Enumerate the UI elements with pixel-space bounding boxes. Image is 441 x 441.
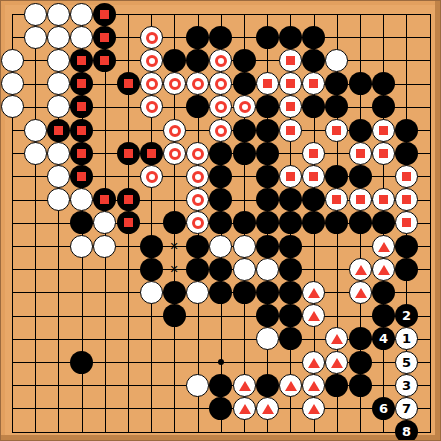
black-stone-square-marked (117, 142, 140, 165)
red-circle-mark (192, 194, 204, 206)
red-square-mark (100, 33, 109, 42)
black-stone (325, 165, 348, 188)
white-stone (140, 281, 163, 304)
black-stone (256, 95, 279, 118)
white-stone-circle-marked (233, 95, 256, 118)
red-triangle-mark (239, 404, 251, 414)
go-board: ✕✕24153678 (0, 0, 441, 441)
black-stone-square-marked (93, 3, 116, 26)
white-stone-circle-marked (140, 26, 163, 49)
black-stone-square-marked (117, 211, 140, 234)
white-stone-circle-marked (209, 72, 232, 95)
black-stone (233, 142, 256, 165)
white-stone (256, 258, 279, 281)
white-stone-circle-marked (140, 49, 163, 72)
white-stone-square-marked (349, 142, 372, 165)
white-stone (24, 119, 47, 142)
black-stone (395, 258, 418, 281)
black-stone-square-marked (70, 165, 93, 188)
black-stone (395, 142, 418, 165)
black-stone-square-marked (93, 188, 116, 211)
red-square-mark (124, 218, 133, 227)
red-triangle-mark (378, 265, 390, 275)
white-stone (47, 188, 70, 211)
white-stone-square-marked (279, 95, 302, 118)
red-triangle-mark (308, 358, 320, 368)
white-stone (233, 235, 256, 258)
white-stone (93, 235, 116, 258)
black-stone-square-marked (70, 95, 93, 118)
black-stone (186, 235, 209, 258)
white-stone-triangle-marked (372, 258, 395, 281)
red-square-mark (332, 126, 341, 135)
black-stone (256, 374, 279, 397)
black-stone-numbered: 6 (372, 397, 395, 420)
red-square-mark (379, 149, 388, 158)
grid-line-horizontal (12, 316, 431, 317)
white-stone (24, 26, 47, 49)
white-stone-circle-marked (209, 49, 232, 72)
red-circle-mark (146, 101, 158, 113)
white-stone (70, 26, 93, 49)
black-stone (372, 72, 395, 95)
white-stone-square-marked (279, 119, 302, 142)
black-stone (233, 49, 256, 72)
red-square-mark (100, 56, 109, 65)
white-stone-numbered: 3 (395, 374, 418, 397)
black-stone (256, 235, 279, 258)
black-stone-square-marked (70, 49, 93, 72)
white-stone-circle-marked (186, 165, 209, 188)
red-square-mark (286, 126, 295, 135)
white-stone (70, 235, 93, 258)
red-circle-mark (215, 55, 227, 67)
white-stone (1, 95, 24, 118)
black-stone (233, 119, 256, 142)
red-circle-mark (192, 217, 204, 229)
red-square-mark (77, 79, 86, 88)
black-stone-square-marked (47, 119, 70, 142)
move-number-label: 8 (402, 425, 411, 438)
white-stone-square-marked (302, 165, 325, 188)
black-stone (70, 351, 93, 374)
white-stone-triangle-marked (233, 374, 256, 397)
red-circle-mark (146, 32, 158, 44)
red-square-mark (309, 172, 318, 181)
white-stone-circle-marked (186, 211, 209, 234)
white-stone (186, 281, 209, 304)
red-circle-mark (192, 148, 204, 160)
white-stone-triangle-marked (325, 351, 348, 374)
star-point (218, 359, 224, 365)
black-stone (233, 72, 256, 95)
black-stone (256, 26, 279, 49)
black-stone (209, 281, 232, 304)
move-number-label: 1 (402, 332, 411, 345)
white-stone-triangle-marked (302, 351, 325, 374)
black-stone (186, 26, 209, 49)
black-stone (279, 258, 302, 281)
red-square-mark (286, 56, 295, 65)
black-stone-square-marked (140, 142, 163, 165)
white-stone (70, 3, 93, 26)
white-stone-triangle-marked (349, 281, 372, 304)
black-stone (302, 211, 325, 234)
red-square-mark (77, 149, 86, 158)
red-square-mark (124, 149, 133, 158)
white-stone-numbered: 7 (395, 397, 418, 420)
white-stone (1, 49, 24, 72)
black-stone (163, 281, 186, 304)
white-stone-square-marked (256, 72, 279, 95)
black-stone (256, 211, 279, 234)
red-circle-mark (215, 125, 227, 137)
white-stone-circle-marked (209, 119, 232, 142)
black-stone (325, 374, 348, 397)
white-stone (24, 142, 47, 165)
red-square-mark (286, 172, 295, 181)
white-stone-triangle-marked (372, 235, 395, 258)
white-stone-triangle-marked (302, 374, 325, 397)
white-stone (47, 26, 70, 49)
black-stone-square-marked (70, 119, 93, 142)
white-stone-circle-marked (186, 188, 209, 211)
black-stone (209, 258, 232, 281)
black-stone (209, 26, 232, 49)
black-stone (140, 235, 163, 258)
white-stone-square-marked (279, 49, 302, 72)
red-triangle-mark (331, 358, 343, 368)
white-stone-triangle-marked (279, 374, 302, 397)
white-stone-numbered: 5 (395, 351, 418, 374)
red-square-mark (309, 79, 318, 88)
white-stone-square-marked (349, 188, 372, 211)
white-stone (256, 327, 279, 350)
red-circle-mark (215, 101, 227, 113)
black-stone (302, 95, 325, 118)
black-stone-numbered: 2 (395, 304, 418, 327)
black-stone (279, 26, 302, 49)
red-square-mark (77, 102, 86, 111)
black-stone-square-marked (117, 72, 140, 95)
black-stone (163, 304, 186, 327)
white-stone-square-marked (325, 119, 348, 142)
red-square-mark (356, 195, 365, 204)
white-stone-triangle-marked (302, 397, 325, 420)
black-stone (279, 211, 302, 234)
black-stone (279, 235, 302, 258)
white-stone-square-marked (372, 119, 395, 142)
red-square-mark (147, 149, 156, 158)
black-stone (209, 374, 232, 397)
red-circle-mark (192, 171, 204, 183)
white-stone-square-marked (302, 142, 325, 165)
red-square-mark (356, 149, 365, 158)
red-triangle-mark (308, 288, 320, 298)
red-circle-mark (192, 78, 204, 90)
white-stone (24, 3, 47, 26)
white-stone-triangle-marked (325, 327, 348, 350)
white-stone-circle-marked (163, 72, 186, 95)
black-stone (302, 26, 325, 49)
move-number-label: 3 (402, 379, 411, 392)
black-stone (256, 119, 279, 142)
red-triangle-mark (308, 311, 320, 321)
red-square-mark (100, 195, 109, 204)
red-circle-mark (215, 78, 227, 90)
black-stone (395, 119, 418, 142)
red-triangle-mark (308, 404, 320, 414)
white-stone (93, 211, 116, 234)
black-stone (256, 165, 279, 188)
black-stone (349, 72, 372, 95)
black-stone-square-marked (70, 142, 93, 165)
white-stone (325, 49, 348, 72)
white-stone (47, 3, 70, 26)
red-triangle-mark (355, 288, 367, 298)
white-stone (47, 165, 70, 188)
white-stone-circle-marked (186, 72, 209, 95)
red-square-mark (263, 79, 272, 88)
black-stone (349, 351, 372, 374)
white-stone (1, 72, 24, 95)
black-stone-numbered: 4 (372, 327, 395, 350)
red-square-mark (100, 10, 109, 19)
black-stone (256, 142, 279, 165)
black-stone (325, 95, 348, 118)
black-stone (163, 49, 186, 72)
black-stone (140, 258, 163, 281)
white-stone-triangle-marked (302, 304, 325, 327)
white-stone-triangle-marked (256, 397, 279, 420)
red-square-mark (332, 195, 341, 204)
white-stone (209, 235, 232, 258)
white-stone (186, 374, 209, 397)
white-stone-square-marked (372, 142, 395, 165)
white-stone-square-marked (395, 165, 418, 188)
white-stone-circle-marked (209, 95, 232, 118)
white-stone-triangle-marked (302, 281, 325, 304)
white-stone-square-marked (279, 72, 302, 95)
black-stone (186, 258, 209, 281)
black-stone (256, 304, 279, 327)
x-mark: ✕ (168, 263, 180, 275)
black-stone (209, 397, 232, 420)
red-square-mark (124, 195, 133, 204)
red-triangle-mark (378, 242, 390, 252)
white-stone-square-marked (395, 188, 418, 211)
black-stone (256, 281, 279, 304)
white-stone-square-marked (302, 72, 325, 95)
red-square-mark (286, 102, 295, 111)
black-stone-square-marked (117, 188, 140, 211)
black-stone (372, 304, 395, 327)
black-stone (209, 188, 232, 211)
white-stone-circle-marked (163, 119, 186, 142)
x-mark: ✕ (168, 240, 180, 252)
black-stone (233, 281, 256, 304)
black-stone (372, 211, 395, 234)
black-stone (279, 188, 302, 211)
red-square-mark (379, 195, 388, 204)
white-stone-square-marked (325, 188, 348, 211)
white-stone-triangle-marked (349, 258, 372, 281)
move-number-label: 6 (379, 402, 388, 415)
grid-line-horizontal (12, 432, 431, 433)
black-stone-square-marked (70, 72, 93, 95)
white-stone-square-marked (279, 165, 302, 188)
white-stone (70, 188, 93, 211)
black-stone (349, 327, 372, 350)
black-stone (233, 211, 256, 234)
red-square-mark (54, 126, 63, 135)
white-stone-circle-marked (186, 142, 209, 165)
black-stone (209, 142, 232, 165)
black-stone (279, 281, 302, 304)
black-stone (372, 95, 395, 118)
white-stone (47, 49, 70, 72)
white-stone (47, 72, 70, 95)
black-stone-square-marked (93, 49, 116, 72)
black-stone (256, 188, 279, 211)
red-square-mark (286, 79, 295, 88)
red-square-mark (402, 218, 411, 227)
red-circle-mark (146, 55, 158, 67)
red-circle-mark (239, 101, 251, 113)
red-triangle-mark (285, 381, 297, 391)
black-stone (209, 211, 232, 234)
black-stone (349, 165, 372, 188)
move-number-label: 2 (402, 309, 411, 322)
red-square-mark (77, 172, 86, 181)
red-triangle-mark (308, 381, 320, 391)
white-stone (47, 142, 70, 165)
red-circle-mark (146, 78, 158, 90)
grid-line-vertical (430, 14, 431, 433)
black-stone (302, 188, 325, 211)
red-circle-mark (169, 125, 181, 137)
white-stone-triangle-marked (233, 397, 256, 420)
white-stone-circle-marked (140, 72, 163, 95)
red-circle-mark (146, 171, 158, 183)
red-circle-mark (169, 78, 181, 90)
white-stone-circle-marked (140, 165, 163, 188)
red-triangle-mark (355, 265, 367, 275)
white-stone-numbered: 1 (395, 327, 418, 350)
black-stone (372, 281, 395, 304)
black-stone (163, 211, 186, 234)
red-square-mark (379, 126, 388, 135)
black-stone (70, 211, 93, 234)
red-circle-mark (169, 148, 181, 160)
red-square-mark (402, 172, 411, 181)
red-square-mark (309, 149, 318, 158)
white-stone (233, 258, 256, 281)
black-stone (349, 211, 372, 234)
black-stone (349, 119, 372, 142)
black-stone (349, 374, 372, 397)
move-number-label: 5 (402, 356, 411, 369)
black-stone (325, 211, 348, 234)
white-stone-square-marked (395, 211, 418, 234)
black-stone (186, 95, 209, 118)
black-stone (395, 235, 418, 258)
white-stone-circle-marked (140, 95, 163, 118)
white-stone-square-marked (372, 188, 395, 211)
red-square-mark (402, 195, 411, 204)
red-square-mark (124, 79, 133, 88)
black-stone (302, 49, 325, 72)
white-stone (47, 95, 70, 118)
red-triangle-mark (331, 334, 343, 344)
red-triangle-mark (239, 381, 251, 391)
red-square-mark (77, 126, 86, 135)
white-stone-circle-marked (163, 142, 186, 165)
black-stone (209, 165, 232, 188)
black-stone (279, 327, 302, 350)
move-number-label: 4 (379, 332, 388, 345)
black-stone (279, 304, 302, 327)
black-stone-numbered: 8 (395, 420, 418, 441)
black-stone-square-marked (93, 26, 116, 49)
red-square-mark (77, 56, 86, 65)
red-triangle-mark (262, 404, 274, 414)
black-stone (325, 72, 348, 95)
black-stone (186, 49, 209, 72)
move-number-label: 7 (402, 402, 411, 415)
